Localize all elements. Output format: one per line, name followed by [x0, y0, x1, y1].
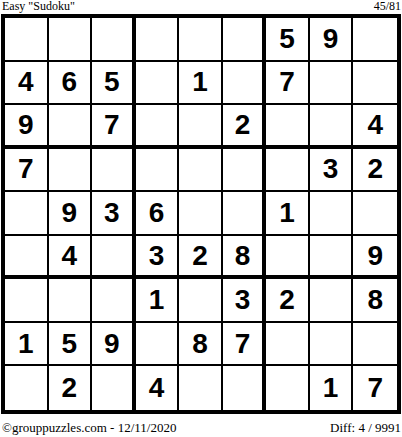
cell-r7c9: 8 [353, 279, 397, 323]
cell-r5c1[interactable] [5, 192, 49, 236]
cell-r4c1: 7 [5, 149, 49, 193]
cell-r6c6: 8 [223, 236, 267, 280]
cell-r9c6[interactable] [223, 366, 267, 410]
cell-r7c6: 3 [223, 279, 267, 323]
cell-r6c1[interactable] [5, 236, 49, 280]
cell-r3c1: 9 [5, 105, 49, 149]
cell-r6c8[interactable] [310, 236, 354, 280]
cell-r9c5[interactable] [179, 366, 223, 410]
cell-r7c2[interactable] [49, 279, 93, 323]
difficulty-text: Diff: 4 / 9991 [330, 420, 401, 436]
cell-r8c9[interactable] [353, 323, 397, 367]
header: Easy "Sudoku" 45/81 [2, 0, 401, 14]
footer: ©grouppuzzles.com - 12/11/2020 Diff: 4 /… [2, 416, 401, 436]
cell-r8c6: 7 [223, 323, 267, 367]
cell-r1c5[interactable] [179, 18, 223, 62]
cell-r5c5[interactable] [179, 192, 223, 236]
cell-r8c1: 1 [5, 323, 49, 367]
cell-r3c8[interactable] [310, 105, 354, 149]
cell-r7c5[interactable] [179, 279, 223, 323]
cell-r9c4: 4 [136, 366, 180, 410]
cell-r1c6[interactable] [223, 18, 267, 62]
cell-r9c8: 1 [310, 366, 354, 410]
cell-r6c4: 3 [136, 236, 180, 280]
cell-r2c6[interactable] [223, 62, 267, 106]
cell-r8c5: 8 [179, 323, 223, 367]
cell-r3c3: 7 [92, 105, 136, 149]
cell-r8c8[interactable] [310, 323, 354, 367]
cell-r3c2[interactable] [49, 105, 93, 149]
cell-r6c3[interactable] [92, 236, 136, 280]
cell-r5c7: 1 [266, 192, 310, 236]
cell-r4c5[interactable] [179, 149, 223, 193]
cell-r5c4: 6 [136, 192, 180, 236]
cell-r6c5: 2 [179, 236, 223, 280]
cell-r1c9[interactable] [353, 18, 397, 62]
cell-r9c9: 7 [353, 366, 397, 410]
cell-r2c2: 6 [49, 62, 93, 106]
cell-r2c9[interactable] [353, 62, 397, 106]
cell-r1c1[interactable] [5, 18, 49, 62]
cell-r4c4[interactable] [136, 149, 180, 193]
cell-r6c7[interactable] [266, 236, 310, 280]
cell-r3c4[interactable] [136, 105, 180, 149]
cell-r7c1[interactable] [5, 279, 49, 323]
cell-r3c7[interactable] [266, 105, 310, 149]
cell-r9c7[interactable] [266, 366, 310, 410]
cell-r8c2: 5 [49, 323, 93, 367]
cell-r8c7[interactable] [266, 323, 310, 367]
cell-r2c7: 7 [266, 62, 310, 106]
cell-r7c8[interactable] [310, 279, 354, 323]
cell-r7c7: 2 [266, 279, 310, 323]
cell-r5c8[interactable] [310, 192, 354, 236]
cell-r4c2[interactable] [49, 149, 93, 193]
sudoku-board: 594651797247329361432891328159872417 [1, 14, 401, 414]
sudoku-page: Easy "Sudoku" 45/81 59465179724732936143… [0, 0, 402, 437]
cell-r1c3[interactable] [92, 18, 136, 62]
cell-r1c8: 9 [310, 18, 354, 62]
cell-r4c9: 2 [353, 149, 397, 193]
cell-r1c4[interactable] [136, 18, 180, 62]
cell-r9c2: 2 [49, 366, 93, 410]
page-title: Easy "Sudoku" [2, 0, 75, 13]
cell-r4c7[interactable] [266, 149, 310, 193]
cell-r9c1[interactable] [5, 366, 49, 410]
cell-r2c4[interactable] [136, 62, 180, 106]
cell-r9c3[interactable] [92, 366, 136, 410]
cell-r2c5: 1 [179, 62, 223, 106]
cell-r3c6: 2 [223, 105, 267, 149]
cell-r5c3: 3 [92, 192, 136, 236]
cell-r8c3: 9 [92, 323, 136, 367]
cell-r2c8[interactable] [310, 62, 354, 106]
given-counter: 45/81 [374, 0, 401, 13]
cell-r4c3[interactable] [92, 149, 136, 193]
cell-r1c2[interactable] [49, 18, 93, 62]
cell-r4c8: 3 [310, 149, 354, 193]
cell-r2c3: 5 [92, 62, 136, 106]
cell-r7c3[interactable] [92, 279, 136, 323]
cell-r8c4[interactable] [136, 323, 180, 367]
cell-r6c2: 4 [49, 236, 93, 280]
cell-r7c4: 1 [136, 279, 180, 323]
cell-r3c9: 4 [353, 105, 397, 149]
cell-r1c7: 5 [266, 18, 310, 62]
cell-r3c5[interactable] [179, 105, 223, 149]
cell-r6c9: 9 [353, 236, 397, 280]
copyright-text: ©grouppuzzles.com - 12/11/2020 [2, 420, 176, 436]
cell-r5c9[interactable] [353, 192, 397, 236]
cell-r5c2: 9 [49, 192, 93, 236]
cell-r4c6[interactable] [223, 149, 267, 193]
cell-r2c1: 4 [5, 62, 49, 106]
cell-r5c6[interactable] [223, 192, 267, 236]
